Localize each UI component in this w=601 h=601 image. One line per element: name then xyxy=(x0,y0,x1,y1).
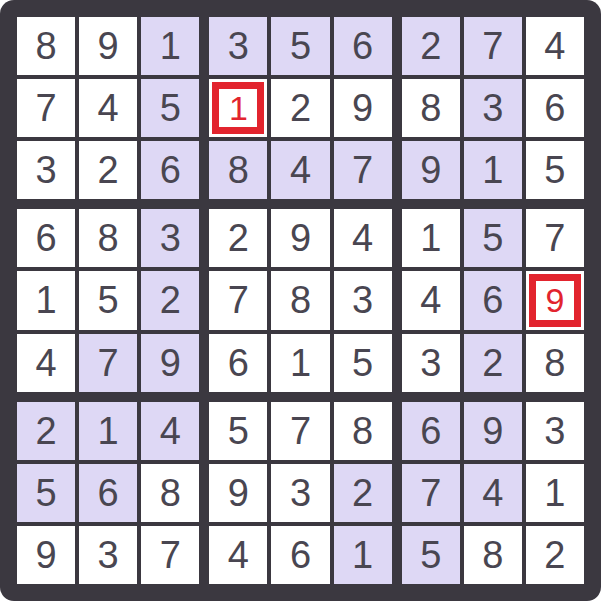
cell-r3c3[interactable]: 6 xyxy=(141,141,199,199)
cell-r8c2[interactable]: 6 xyxy=(79,464,137,522)
cell-r4c9[interactable]: 7 xyxy=(526,209,584,267)
cell-r3c5[interactable]: 4 xyxy=(271,141,329,199)
cell-r4c8[interactable]: 5 xyxy=(464,209,522,267)
cell-r2c5[interactable]: 2 xyxy=(271,79,329,137)
cell-r6c7[interactable]: 3 xyxy=(402,334,460,392)
sudoku-board: 8917453263561298472748369156831524792947… xyxy=(0,0,601,601)
box-8: 578932461 xyxy=(209,402,391,584)
cell-r5c2[interactable]: 5 xyxy=(79,271,137,329)
cell-r7c2[interactable]: 1 xyxy=(79,402,137,460)
cell-r9c1[interactable]: 9 xyxy=(17,526,75,584)
cell-r6c2[interactable]: 7 xyxy=(79,334,137,392)
cell-r9c7[interactable]: 5 xyxy=(402,526,460,584)
cell-r6c9[interactable]: 8 xyxy=(526,334,584,392)
cell-r6c8[interactable]: 2 xyxy=(464,334,522,392)
box-9: 693741582 xyxy=(402,402,584,584)
cell-r3c4[interactable]: 8 xyxy=(209,141,267,199)
cell-r7c1[interactable]: 2 xyxy=(17,402,75,460)
cell-r8c7[interactable]: 7 xyxy=(402,464,460,522)
cell-r8c3[interactable]: 8 xyxy=(141,464,199,522)
cell-r2c6[interactable]: 9 xyxy=(334,79,392,137)
box-2: 356129847 xyxy=(209,17,391,199)
cell-r5c4[interactable]: 7 xyxy=(209,271,267,329)
cell-r1c4[interactable]: 3 xyxy=(209,17,267,75)
cell-r6c5[interactable]: 1 xyxy=(271,334,329,392)
box-4: 683152479 xyxy=(17,209,199,391)
cell-r4c3[interactable]: 3 xyxy=(141,209,199,267)
cell-r1c7[interactable]: 2 xyxy=(402,17,460,75)
sudoku-boxes: 8917453263561298472748369156831524792947… xyxy=(17,17,584,584)
cell-r6c6[interactable]: 5 xyxy=(334,334,392,392)
cell-r9c2[interactable]: 3 xyxy=(79,526,137,584)
box-1: 891745326 xyxy=(17,17,199,199)
cell-r3c1[interactable]: 3 xyxy=(17,141,75,199)
cell-r2c1[interactable]: 7 xyxy=(17,79,75,137)
cell-r9c3[interactable]: 7 xyxy=(141,526,199,584)
cell-r4c2[interactable]: 8 xyxy=(79,209,137,267)
cell-r9c6[interactable]: 1 xyxy=(334,526,392,584)
cell-r5c6[interactable]: 3 xyxy=(334,271,392,329)
cell-r3c8[interactable]: 1 xyxy=(464,141,522,199)
cell-r7c8[interactable]: 9 xyxy=(464,402,522,460)
cell-r6c1[interactable]: 4 xyxy=(17,334,75,392)
cell-r1c5[interactable]: 5 xyxy=(271,17,329,75)
cell-r2c3[interactable]: 5 xyxy=(141,79,199,137)
cell-r2c8[interactable]: 3 xyxy=(464,79,522,137)
cell-r1c2[interactable]: 9 xyxy=(79,17,137,75)
cell-r8c5[interactable]: 3 xyxy=(271,464,329,522)
cell-r8c8[interactable]: 4 xyxy=(464,464,522,522)
box-6: 157469328 xyxy=(402,209,584,391)
cell-r9c4[interactable]: 4 xyxy=(209,526,267,584)
cell-r5c7[interactable]: 4 xyxy=(402,271,460,329)
cell-r5c1[interactable]: 1 xyxy=(17,271,75,329)
cell-r8c1[interactable]: 5 xyxy=(17,464,75,522)
cell-r5c5[interactable]: 8 xyxy=(271,271,329,329)
cell-r6c3[interactable]: 9 xyxy=(141,334,199,392)
cell-r1c6[interactable]: 6 xyxy=(334,17,392,75)
box-3: 274836915 xyxy=(402,17,584,199)
cell-r5c8[interactable]: 6 xyxy=(464,271,522,329)
box-5: 294783615 xyxy=(209,209,391,391)
cell-r4c4[interactable]: 2 xyxy=(209,209,267,267)
cell-r2c2[interactable]: 4 xyxy=(79,79,137,137)
cell-r5c9[interactable]: 9 xyxy=(526,271,584,329)
cell-r7c6[interactable]: 8 xyxy=(334,402,392,460)
cell-r4c7[interactable]: 1 xyxy=(402,209,460,267)
cell-r9c5[interactable]: 6 xyxy=(271,526,329,584)
cell-r1c1[interactable]: 8 xyxy=(17,17,75,75)
cell-r7c7[interactable]: 6 xyxy=(402,402,460,460)
cell-r1c3[interactable]: 1 xyxy=(141,17,199,75)
cell-r4c5[interactable]: 9 xyxy=(271,209,329,267)
cell-r3c9[interactable]: 5 xyxy=(526,141,584,199)
cell-r3c7[interactable]: 9 xyxy=(402,141,460,199)
cell-r9c9[interactable]: 2 xyxy=(526,526,584,584)
cell-r4c6[interactable]: 4 xyxy=(334,209,392,267)
cell-r1c8[interactable]: 7 xyxy=(464,17,522,75)
box-7: 214568937 xyxy=(17,402,199,584)
cell-r4c1[interactable]: 6 xyxy=(17,209,75,267)
cell-r7c5[interactable]: 7 xyxy=(271,402,329,460)
cell-r3c2[interactable]: 2 xyxy=(79,141,137,199)
cell-r5c3[interactable]: 2 xyxy=(141,271,199,329)
cell-r6c4[interactable]: 6 xyxy=(209,334,267,392)
cell-r2c7[interactable]: 8 xyxy=(402,79,460,137)
cell-r7c3[interactable]: 4 xyxy=(141,402,199,460)
cell-r1c9[interactable]: 4 xyxy=(526,17,584,75)
cell-r8c4[interactable]: 9 xyxy=(209,464,267,522)
cell-r2c4[interactable]: 1 xyxy=(209,79,267,137)
cell-r2c9[interactable]: 6 xyxy=(526,79,584,137)
cell-r8c9[interactable]: 1 xyxy=(526,464,584,522)
cell-r8c6[interactable]: 2 xyxy=(334,464,392,522)
cell-r7c9[interactable]: 3 xyxy=(526,402,584,460)
cell-r3c6[interactable]: 7 xyxy=(334,141,392,199)
cell-r7c4[interactable]: 5 xyxy=(209,402,267,460)
cell-r9c8[interactable]: 8 xyxy=(464,526,522,584)
